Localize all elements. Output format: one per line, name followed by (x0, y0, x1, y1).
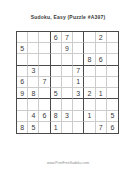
cell-r7c8 (96, 99, 107, 110)
cell-r9c6 (73, 122, 84, 133)
cell-r3c2 (28, 54, 39, 65)
cell-r8c1 (17, 111, 28, 122)
cell-r8c2: 4 (28, 111, 39, 122)
footer-url: www.PrintFreeSudoku.com (0, 161, 136, 165)
cell-r5c1: 6 (17, 77, 28, 88)
cell-r6c6: 3 (73, 88, 84, 99)
cell-r7c5 (62, 99, 73, 110)
printable-sudoku-page: Sudoku, Easy (Puzzle #A397) 672598637671… (0, 0, 136, 176)
cell-r4c6: 7 (73, 66, 84, 77)
cell-r2c5: 9 (62, 43, 73, 54)
cell-r3c7: 8 (84, 54, 95, 65)
cell-r6c1: 9 (17, 88, 28, 99)
cell-r3c9 (107, 54, 118, 65)
cell-r7c4 (51, 99, 62, 110)
cell-r7c3 (39, 99, 50, 110)
cell-r6c7: 2 (84, 88, 95, 99)
cell-r6c5 (62, 88, 73, 99)
cell-r3c6 (73, 54, 84, 65)
cell-r2c4 (51, 43, 62, 54)
cell-r4c2: 3 (28, 66, 39, 77)
cell-r3c1 (17, 54, 28, 65)
puzzle-title: Sudoku, Easy (Puzzle #A397) (0, 14, 136, 20)
cell-r9c9: 6 (107, 122, 118, 133)
cell-r4c4 (51, 66, 62, 77)
cell-r4c7 (84, 66, 95, 77)
cell-r7c1 (17, 99, 28, 110)
cell-r5c7 (84, 77, 95, 88)
cell-r1c4: 6 (51, 32, 62, 43)
cell-r2c7 (84, 43, 95, 54)
cell-r7c2 (28, 99, 39, 110)
cell-r6c8: 1 (96, 88, 107, 99)
cell-r2c6 (73, 43, 84, 54)
cell-r6c3 (39, 88, 50, 99)
cell-r9c2: 5 (28, 122, 39, 133)
cell-r5c9 (107, 77, 118, 88)
cell-r1c6 (73, 32, 84, 43)
cell-r8c3: 6 (39, 111, 50, 122)
cell-r4c8 (96, 66, 107, 77)
cell-r5c6: 1 (73, 77, 84, 88)
cell-r4c1 (17, 66, 28, 77)
cell-r5c2 (28, 77, 39, 88)
cell-r8c9: 5 (107, 111, 118, 122)
cell-r8c5: 3 (62, 111, 73, 122)
cell-r2c1: 5 (17, 43, 28, 54)
cell-r1c8: 2 (96, 32, 107, 43)
cell-r3c5 (62, 54, 73, 65)
cell-r1c2 (28, 32, 39, 43)
cell-r6c4: 5 (51, 88, 62, 99)
cell-r5c8 (96, 77, 107, 88)
cell-r8c4: 8 (51, 111, 62, 122)
cell-r6c9 (107, 88, 118, 99)
cell-r6c2: 8 (28, 88, 39, 99)
cell-r9c4: 1 (51, 122, 62, 133)
cell-r9c5 (62, 122, 73, 133)
sudoku-board: 67259863767198532146831585176 (16, 31, 119, 134)
cell-r1c3 (39, 32, 50, 43)
cell-r1c7 (84, 32, 95, 43)
cell-r2c2 (28, 43, 39, 54)
cell-r9c3 (39, 122, 50, 133)
cell-r3c3 (39, 54, 50, 65)
cell-r4c9 (107, 66, 118, 77)
cell-r7c6 (73, 99, 84, 110)
cell-r8c6 (73, 111, 84, 122)
cell-r9c1: 8 (17, 122, 28, 133)
cell-r4c5 (62, 66, 73, 77)
cell-r1c1 (17, 32, 28, 43)
cell-r9c7 (84, 122, 95, 133)
cell-r4c3 (39, 66, 50, 77)
cell-r5c4 (51, 77, 62, 88)
cell-r5c5 (62, 77, 73, 88)
cell-r1c5: 7 (62, 32, 73, 43)
cell-r3c8: 6 (96, 54, 107, 65)
cell-r2c8 (96, 43, 107, 54)
cell-r3c4 (51, 54, 62, 65)
cell-r8c8 (96, 111, 107, 122)
cell-r2c9 (107, 43, 118, 54)
cell-r7c9 (107, 99, 118, 110)
cell-r2c3 (39, 43, 50, 54)
cell-r7c7 (84, 99, 95, 110)
cell-r9c8: 7 (96, 122, 107, 133)
cell-r1c9 (107, 32, 118, 43)
cell-r5c3: 7 (39, 77, 50, 88)
cell-r8c7: 1 (84, 111, 95, 122)
